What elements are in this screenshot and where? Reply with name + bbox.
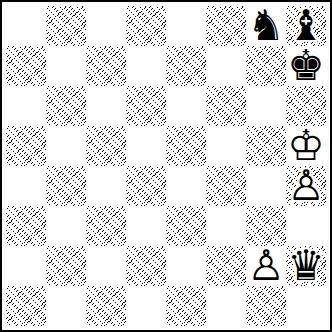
square-a4[interactable] <box>6 166 46 206</box>
square-d6[interactable] <box>126 86 166 126</box>
square-b1[interactable] <box>46 286 86 326</box>
square-e7[interactable] <box>166 46 206 86</box>
square-c7[interactable] <box>86 46 126 86</box>
square-d5[interactable] <box>126 126 166 166</box>
square-c1[interactable] <box>86 286 126 326</box>
square-c5[interactable] <box>86 126 126 166</box>
chess-board: ♞♝♚♚♔♟♙♟♙♛ <box>6 6 326 326</box>
square-f5[interactable] <box>206 126 246 166</box>
square-e2[interactable] <box>166 246 206 286</box>
white-king-glyph: ♔ <box>286 126 326 166</box>
square-h1[interactable] <box>286 286 326 326</box>
piece-black-king[interactable]: ♚ <box>286 46 326 86</box>
square-b8[interactable] <box>46 6 86 46</box>
square-c6[interactable] <box>86 86 126 126</box>
square-a3[interactable] <box>6 206 46 246</box>
square-b4[interactable] <box>46 166 86 206</box>
square-b5[interactable] <box>46 126 86 166</box>
piece-black-queen[interactable]: ♛ <box>286 246 326 286</box>
square-b6[interactable] <box>46 86 86 126</box>
square-a1[interactable] <box>6 286 46 326</box>
square-e6[interactable] <box>166 86 206 126</box>
square-h7[interactable]: ♚ <box>286 46 326 86</box>
white-pawn-glyph: ♙ <box>246 246 286 286</box>
square-g7[interactable] <box>246 46 286 86</box>
square-d7[interactable] <box>126 46 166 86</box>
square-c4[interactable] <box>86 166 126 206</box>
square-f7[interactable] <box>206 46 246 86</box>
square-g1[interactable] <box>246 286 286 326</box>
square-b3[interactable] <box>46 206 86 246</box>
square-d8[interactable] <box>126 6 166 46</box>
square-h4[interactable]: ♟♙ <box>286 166 326 206</box>
square-e3[interactable] <box>166 206 206 246</box>
square-g5[interactable] <box>246 126 286 166</box>
square-d2[interactable] <box>126 246 166 286</box>
square-a6[interactable] <box>6 86 46 126</box>
piece-white-pawn[interactable]: ♟♙ <box>286 166 326 206</box>
square-h8[interactable]: ♝ <box>286 6 326 46</box>
square-g3[interactable] <box>246 206 286 246</box>
square-b2[interactable] <box>46 246 86 286</box>
square-g6[interactable] <box>246 86 286 126</box>
white-pawn-glyph: ♙ <box>286 166 326 206</box>
piece-black-knight[interactable]: ♞ <box>246 6 286 46</box>
square-c3[interactable] <box>86 206 126 246</box>
square-b7[interactable] <box>46 46 86 86</box>
square-f1[interactable] <box>206 286 246 326</box>
square-e1[interactable] <box>166 286 206 326</box>
square-h5[interactable]: ♚♔ <box>286 126 326 166</box>
board-frame: ♞♝♚♚♔♟♙♟♙♛ <box>0 0 332 332</box>
piece-white-pawn[interactable]: ♟♙ <box>246 246 286 286</box>
square-e4[interactable] <box>166 166 206 206</box>
square-e8[interactable] <box>166 6 206 46</box>
square-g4[interactable] <box>246 166 286 206</box>
square-a7[interactable] <box>6 46 46 86</box>
square-f6[interactable] <box>206 86 246 126</box>
square-c2[interactable] <box>86 246 126 286</box>
black-king-glyph: ♚ <box>286 46 326 86</box>
square-e5[interactable] <box>166 126 206 166</box>
square-h3[interactable] <box>286 206 326 246</box>
square-c8[interactable] <box>86 6 126 46</box>
piece-white-king[interactable]: ♚♔ <box>286 126 326 166</box>
square-f8[interactable] <box>206 6 246 46</box>
black-queen-glyph: ♛ <box>286 246 326 286</box>
square-a8[interactable] <box>6 6 46 46</box>
black-bishop-glyph: ♝ <box>286 6 326 46</box>
square-h6[interactable] <box>286 86 326 126</box>
square-f2[interactable] <box>206 246 246 286</box>
square-h2[interactable]: ♛ <box>286 246 326 286</box>
square-a5[interactable] <box>6 126 46 166</box>
piece-black-bishop[interactable]: ♝ <box>286 6 326 46</box>
square-g8[interactable]: ♞ <box>246 6 286 46</box>
square-a2[interactable] <box>6 246 46 286</box>
square-f3[interactable] <box>206 206 246 246</box>
black-knight-glyph: ♞ <box>246 6 286 46</box>
square-f4[interactable] <box>206 166 246 206</box>
square-g2[interactable]: ♟♙ <box>246 246 286 286</box>
square-d1[interactable] <box>126 286 166 326</box>
square-d3[interactable] <box>126 206 166 246</box>
square-d4[interactable] <box>126 166 166 206</box>
